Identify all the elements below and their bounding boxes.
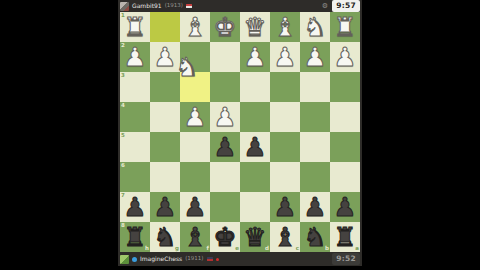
square-c2[interactable]: ♟ bbox=[270, 42, 300, 72]
square-h2[interactable]: 2♟ bbox=[120, 42, 150, 72]
square-f3[interactable]: ♞ bbox=[180, 72, 210, 102]
game-screen: Gambit91 (1913) ⚙ 9:57 1♜♝♚♛♝♞♜2♟♟♟♟♟♟3♞… bbox=[118, 0, 362, 266]
black-pawn-a7[interactable]: ♟ bbox=[330, 192, 360, 222]
top-player-bar: Gambit91 (1913) ⚙ 9:57 bbox=[118, 0, 362, 12]
square-e3[interactable] bbox=[210, 72, 240, 102]
black-queen-d8[interactable]: ♛ bbox=[240, 222, 270, 252]
square-a6[interactable] bbox=[330, 162, 360, 192]
white-player-avatar[interactable] bbox=[120, 2, 129, 11]
square-b1[interactable]: ♞ bbox=[300, 12, 330, 42]
square-b7[interactable]: ♟ bbox=[300, 192, 330, 222]
white-king-e1[interactable]: ♚ bbox=[210, 12, 240, 42]
square-c1[interactable]: ♝ bbox=[270, 12, 300, 42]
square-g4[interactable] bbox=[150, 102, 180, 132]
square-b6[interactable] bbox=[300, 162, 330, 192]
video-frame: Gambit91 (1913) ⚙ 9:57 1♜♝♚♛♝♞♜2♟♟♟♟♟♟3♞… bbox=[0, 0, 480, 270]
black-player-clock: 9:52 bbox=[332, 253, 360, 265]
white-pawn-a2[interactable]: ♟ bbox=[330, 42, 360, 72]
black-pawn-f7[interactable]: ♟ bbox=[180, 192, 210, 222]
chess-board[interactable]: 1♜♝♚♛♝♞♜2♟♟♟♟♟♟3♞4♟♟5♟♟67♟♟♟♟♟♟8h♜g♞f♝e♚… bbox=[120, 12, 360, 252]
square-g7[interactable]: ♟ bbox=[150, 192, 180, 222]
rank-label-4: 4 bbox=[121, 103, 125, 109]
square-e1[interactable]: ♚ bbox=[210, 12, 240, 42]
square-h6[interactable]: 6 bbox=[120, 162, 150, 192]
square-f4[interactable]: ♟ bbox=[180, 102, 210, 132]
black-pawn-e5[interactable]: ♟ bbox=[210, 132, 240, 162]
white-pawn-b2[interactable]: ♟ bbox=[300, 42, 330, 72]
square-h7[interactable]: 7♟ bbox=[120, 192, 150, 222]
square-f5[interactable] bbox=[180, 132, 210, 162]
square-e7[interactable] bbox=[210, 192, 240, 222]
white-player-flag-icon bbox=[186, 4, 192, 8]
white-bishop-f1[interactable]: ♝ bbox=[180, 12, 210, 42]
square-a7[interactable]: ♟ bbox=[330, 192, 360, 222]
square-f6[interactable] bbox=[180, 162, 210, 192]
black-rook-a8[interactable]: ♜ bbox=[330, 222, 360, 252]
square-g6[interactable] bbox=[150, 162, 180, 192]
white-knight-b1[interactable]: ♞ bbox=[300, 12, 330, 42]
square-a3[interactable] bbox=[330, 72, 360, 102]
white-pawn-c2[interactable]: ♟ bbox=[270, 42, 300, 72]
square-d6[interactable] bbox=[240, 162, 270, 192]
square-a8[interactable]: a♜ bbox=[330, 222, 360, 252]
square-a1[interactable]: ♜ bbox=[330, 12, 360, 42]
square-c3[interactable] bbox=[270, 72, 300, 102]
square-d1[interactable]: ♛ bbox=[240, 12, 270, 42]
white-rook-h1[interactable]: ♜ bbox=[120, 12, 150, 42]
square-f7[interactable]: ♟ bbox=[180, 192, 210, 222]
square-e2[interactable] bbox=[210, 42, 240, 72]
white-player-name[interactable]: Gambit91 bbox=[132, 3, 162, 9]
black-player-name[interactable]: ImagineChess bbox=[140, 256, 182, 262]
square-d3[interactable] bbox=[240, 72, 270, 102]
black-bishop-f8[interactable]: ♝ bbox=[180, 222, 210, 252]
square-a5[interactable] bbox=[330, 132, 360, 162]
square-g8[interactable]: g♞ bbox=[150, 222, 180, 252]
square-b8[interactable]: b♞ bbox=[300, 222, 330, 252]
square-d4[interactable] bbox=[240, 102, 270, 132]
square-h3[interactable]: 3 bbox=[120, 72, 150, 102]
bottom-player-bar: ImagineChess (1911) 9:52 bbox=[118, 252, 362, 266]
square-a4[interactable] bbox=[330, 102, 360, 132]
black-pawn-d5[interactable]: ♟ bbox=[240, 132, 270, 162]
square-c4[interactable] bbox=[270, 102, 300, 132]
square-d5[interactable]: ♟ bbox=[240, 132, 270, 162]
square-e6[interactable] bbox=[210, 162, 240, 192]
square-c6[interactable] bbox=[270, 162, 300, 192]
live-indicator-dot bbox=[216, 258, 219, 261]
black-player-flag-icon bbox=[207, 257, 213, 261]
streamer-badge-icon bbox=[132, 257, 137, 262]
square-e8[interactable]: e♚ bbox=[210, 222, 240, 252]
white-pawn-f4[interactable]: ♟ bbox=[180, 102, 210, 132]
square-f8[interactable]: f♝ bbox=[180, 222, 210, 252]
black-pawn-c7[interactable]: ♟ bbox=[270, 192, 300, 222]
black-bishop-c8[interactable]: ♝ bbox=[270, 222, 300, 252]
square-b2[interactable]: ♟ bbox=[300, 42, 330, 72]
rank-label-3: 3 bbox=[121, 73, 125, 79]
square-d2[interactable]: ♟ bbox=[240, 42, 270, 72]
black-king-e8[interactable]: ♚ bbox=[210, 222, 240, 252]
black-pawn-h7[interactable]: ♟ bbox=[120, 192, 150, 222]
white-player-rating: (1913) bbox=[165, 3, 183, 9]
black-player-rating: (1911) bbox=[185, 256, 203, 262]
white-pawn-h2[interactable]: ♟ bbox=[120, 42, 150, 72]
white-pawn-d2[interactable]: ♟ bbox=[240, 42, 270, 72]
white-pawn-e4[interactable]: ♟ bbox=[210, 102, 240, 132]
square-h4[interactable]: 4 bbox=[120, 102, 150, 132]
black-knight-g8[interactable]: ♞ bbox=[150, 222, 180, 252]
square-b4[interactable] bbox=[300, 102, 330, 132]
black-rook-h8[interactable]: ♜ bbox=[120, 222, 150, 252]
square-c5[interactable] bbox=[270, 132, 300, 162]
black-player-avatar[interactable] bbox=[120, 255, 129, 264]
square-b3[interactable] bbox=[300, 72, 330, 102]
square-h5[interactable]: 5 bbox=[120, 132, 150, 162]
white-queen-d1[interactable]: ♛ bbox=[240, 12, 270, 42]
square-b5[interactable] bbox=[300, 132, 330, 162]
square-g5[interactable] bbox=[150, 132, 180, 162]
black-knight-b8[interactable]: ♞ bbox=[300, 222, 330, 252]
square-h8[interactable]: 8h♜ bbox=[120, 222, 150, 252]
square-e4[interactable]: ♟ bbox=[210, 102, 240, 132]
square-h1[interactable]: 1♜ bbox=[120, 12, 150, 42]
black-pawn-g7[interactable]: ♟ bbox=[150, 192, 180, 222]
square-c7[interactable]: ♟ bbox=[270, 192, 300, 222]
white-bishop-c1[interactable]: ♝ bbox=[270, 12, 300, 42]
white-rook-a1[interactable]: ♜ bbox=[330, 12, 360, 42]
square-f1[interactable]: ♝ bbox=[180, 12, 210, 42]
square-d8[interactable]: d♛ bbox=[240, 222, 270, 252]
square-a2[interactable]: ♟ bbox=[330, 42, 360, 72]
square-e5[interactable]: ♟ bbox=[210, 132, 240, 162]
black-pawn-b7[interactable]: ♟ bbox=[300, 192, 330, 222]
settings-gear-icon[interactable]: ⚙ bbox=[322, 3, 328, 10]
square-c8[interactable]: c♝ bbox=[270, 222, 300, 252]
rank-label-6: 6 bbox=[121, 163, 125, 169]
white-knight-f3[interactable]: ♞ bbox=[172, 52, 202, 82]
rank-label-5: 5 bbox=[121, 133, 125, 139]
square-g1[interactable] bbox=[150, 12, 180, 42]
square-d7[interactable] bbox=[240, 192, 270, 222]
white-player-clock: 9:57 bbox=[332, 0, 360, 12]
